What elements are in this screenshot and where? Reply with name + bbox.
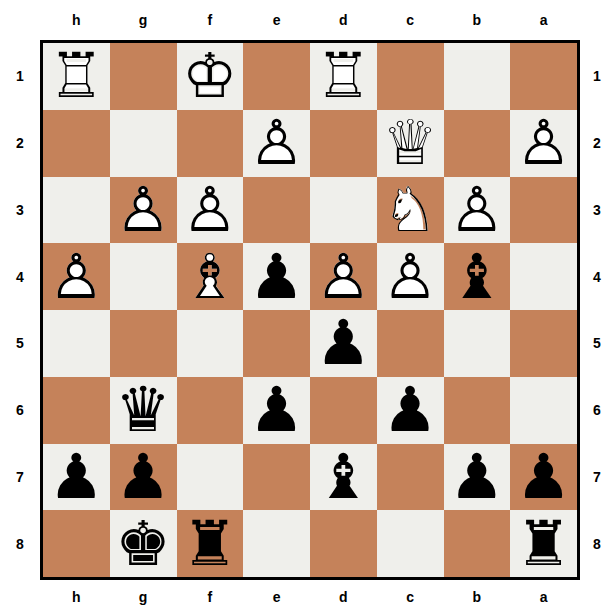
- rank-label-3: 3: [580, 177, 614, 244]
- piece-white-pawn-icon[interactable]: ♟︎♙: [43, 243, 110, 310]
- square-c2[interactable]: ♛♕: [377, 110, 444, 177]
- white-piece-outline-layer: ♘: [382, 179, 438, 241]
- black-piece-glyph: ♟︎: [516, 446, 572, 508]
- square-a6[interactable]: [510, 377, 577, 444]
- square-c8[interactable]: [377, 510, 444, 577]
- square-b6[interactable]: [444, 377, 511, 444]
- square-e7[interactable]: [243, 444, 310, 511]
- square-b4[interactable]: ♝: [444, 243, 511, 310]
- rank-label-5: 5: [580, 310, 614, 377]
- file-label-g: g: [110, 580, 177, 614]
- piece-white-pawn-icon[interactable]: ♟︎♙: [110, 177, 177, 244]
- white-piece-outline-layer: ♙: [182, 179, 238, 241]
- black-piece-glyph: ♟︎: [449, 446, 505, 508]
- piece-white-pawn-icon[interactable]: ♟︎♙: [377, 243, 444, 310]
- square-c5[interactable]: [377, 310, 444, 377]
- piece-black-queen-icon[interactable]: ♛: [110, 377, 177, 444]
- file-label-a: a: [510, 580, 577, 614]
- piece-white-rook-icon[interactable]: ♜♖: [310, 43, 377, 110]
- black-piece-glyph: ♜: [516, 513, 572, 575]
- white-piece-outline-layer: ♙: [449, 179, 505, 241]
- square-g7[interactable]: ♟︎: [110, 444, 177, 511]
- square-c4[interactable]: ♟︎♙: [377, 243, 444, 310]
- file-labels-bottom: hgfedcba: [43, 580, 577, 614]
- square-a2[interactable]: ♟︎♙: [510, 110, 577, 177]
- rank-label-1: 1: [580, 43, 614, 110]
- rank-label-8: 8: [580, 510, 614, 577]
- white-piece-outline-layer: ♙: [382, 246, 438, 308]
- square-e4[interactable]: ♟︎: [243, 243, 310, 310]
- piece-black-pawn-icon[interactable]: ♟︎: [510, 444, 577, 511]
- black-piece-glyph: ♛: [115, 379, 171, 441]
- square-b1[interactable]: [444, 43, 511, 110]
- rank-labels-left: 12345678: [0, 43, 40, 577]
- white-piece-outline-layer: ♕: [382, 112, 438, 174]
- file-label-a: a: [510, 0, 577, 40]
- square-e5[interactable]: [243, 310, 310, 377]
- piece-black-pawn-icon[interactable]: ♟︎: [110, 444, 177, 511]
- file-label-c: c: [377, 580, 444, 614]
- square-a7[interactable]: ♟︎: [510, 444, 577, 511]
- square-e6[interactable]: ♟︎: [243, 377, 310, 444]
- square-h6[interactable]: [43, 377, 110, 444]
- chess-diagram: hgfedcba hgfedcba 12345678 12345678 ♜♖♚♔…: [0, 0, 614, 614]
- rank-label-8: 8: [0, 510, 40, 577]
- piece-white-pawn-icon[interactable]: ♟︎♙: [243, 110, 310, 177]
- piece-white-king-icon[interactable]: ♚♔: [177, 43, 244, 110]
- piece-white-pawn-icon[interactable]: ♟︎♙: [444, 177, 511, 244]
- square-h2[interactable]: [43, 110, 110, 177]
- piece-black-pawn-icon[interactable]: ♟︎: [444, 444, 511, 511]
- square-g3[interactable]: ♟︎♙: [110, 177, 177, 244]
- white-piece-outline-layer: ♖: [316, 45, 372, 107]
- square-f5[interactable]: [177, 310, 244, 377]
- file-label-f: f: [177, 580, 244, 614]
- square-c3[interactable]: ♞♘: [377, 177, 444, 244]
- square-f1[interactable]: ♚♔: [177, 43, 244, 110]
- black-piece-glyph: ♝: [449, 246, 505, 308]
- square-h3[interactable]: [43, 177, 110, 244]
- black-piece-glyph: ♟︎: [316, 312, 372, 374]
- square-f3[interactable]: ♟︎♙: [177, 177, 244, 244]
- black-piece-glyph: ♝: [316, 446, 372, 508]
- rank-labels-right: 12345678: [580, 43, 614, 577]
- white-piece-outline-layer: ♙: [49, 246, 105, 308]
- rank-label-7: 7: [580, 444, 614, 511]
- square-f8[interactable]: ♜: [177, 510, 244, 577]
- black-piece-glyph: ♟︎: [249, 379, 305, 441]
- square-e2[interactable]: ♟︎♙: [243, 110, 310, 177]
- rank-label-3: 3: [0, 177, 40, 244]
- square-h7[interactable]: ♟︎: [43, 444, 110, 511]
- piece-white-pawn-icon[interactable]: ♟︎♙: [510, 110, 577, 177]
- piece-white-pawn-icon[interactable]: ♟︎♙: [310, 243, 377, 310]
- rank-label-4: 4: [0, 243, 40, 310]
- file-labels-top: hgfedcba: [43, 0, 577, 40]
- white-piece-outline-layer: ♖: [49, 45, 105, 107]
- square-g2[interactable]: [110, 110, 177, 177]
- black-piece-glyph: ♟︎: [382, 379, 438, 441]
- piece-black-bishop-icon[interactable]: ♝: [310, 444, 377, 511]
- white-piece-outline-layer: ♗: [182, 246, 238, 308]
- square-a5[interactable]: [510, 310, 577, 377]
- piece-white-knight-icon[interactable]: ♞♘: [377, 177, 444, 244]
- square-h1[interactable]: ♜♖: [43, 43, 110, 110]
- square-g5[interactable]: [110, 310, 177, 377]
- piece-black-rook-icon[interactable]: ♜: [510, 510, 577, 577]
- square-d5[interactable]: ♟︎: [310, 310, 377, 377]
- square-c7[interactable]: [377, 444, 444, 511]
- board: ♜♖♚♔♜♖♟︎♙♛♕♟︎♙♟︎♙♟︎♙♞♘♟︎♙♟︎♙♝♗♟︎♟︎♙♟︎♙♝♟…: [40, 40, 580, 580]
- rank-label-6: 6: [580, 377, 614, 444]
- square-g6[interactable]: ♛: [110, 377, 177, 444]
- rank-label-6: 6: [0, 377, 40, 444]
- file-label-h: h: [43, 580, 110, 614]
- square-b7[interactable]: ♟︎: [444, 444, 511, 511]
- rank-label-2: 2: [580, 110, 614, 177]
- white-piece-outline-layer: ♙: [249, 112, 305, 174]
- square-b3[interactable]: ♟︎♙: [444, 177, 511, 244]
- square-b8[interactable]: [444, 510, 511, 577]
- file-label-c: c: [377, 0, 444, 40]
- square-h8[interactable]: [43, 510, 110, 577]
- white-piece-outline-layer: ♙: [516, 112, 572, 174]
- black-piece-glyph: ♟︎: [115, 446, 171, 508]
- file-label-g: g: [110, 0, 177, 40]
- piece-black-pawn-icon[interactable]: ♟︎: [310, 310, 377, 377]
- square-e1[interactable]: [243, 43, 310, 110]
- white-piece-outline-layer: ♔: [182, 45, 238, 107]
- square-h4[interactable]: ♟︎♙: [43, 243, 110, 310]
- square-g1[interactable]: [110, 43, 177, 110]
- black-piece-glyph: ♟︎: [49, 446, 105, 508]
- rank-label-5: 5: [0, 310, 40, 377]
- piece-black-pawn-icon[interactable]: ♟︎: [377, 377, 444, 444]
- square-f6[interactable]: [177, 377, 244, 444]
- square-a1[interactable]: [510, 43, 577, 110]
- square-a3[interactable]: [510, 177, 577, 244]
- piece-black-bishop-icon[interactable]: ♝: [444, 243, 511, 310]
- square-h5[interactable]: [43, 310, 110, 377]
- square-d8[interactable]: [310, 510, 377, 577]
- square-f7[interactable]: [177, 444, 244, 511]
- square-a4[interactable]: [510, 243, 577, 310]
- square-d3[interactable]: [310, 177, 377, 244]
- square-g8[interactable]: ♚: [110, 510, 177, 577]
- rank-label-2: 2: [0, 110, 40, 177]
- square-e3[interactable]: [243, 177, 310, 244]
- square-b5[interactable]: [444, 310, 511, 377]
- black-piece-glyph: ♚: [115, 513, 171, 575]
- file-label-e: e: [243, 580, 310, 614]
- square-f4[interactable]: ♝♗: [177, 243, 244, 310]
- square-c6[interactable]: ♟︎: [377, 377, 444, 444]
- white-piece-outline-layer: ♙: [316, 246, 372, 308]
- piece-white-bishop-icon[interactable]: ♝♗: [177, 243, 244, 310]
- file-label-d: d: [310, 0, 377, 40]
- black-piece-glyph: ♟︎: [249, 246, 305, 308]
- piece-black-pawn-icon[interactable]: ♟︎: [243, 377, 310, 444]
- piece-white-pawn-icon[interactable]: ♟︎♙: [177, 177, 244, 244]
- piece-white-rook-icon[interactable]: ♜♖: [43, 43, 110, 110]
- file-label-b: b: [444, 580, 511, 614]
- rank-label-1: 1: [0, 43, 40, 110]
- square-d2[interactable]: [310, 110, 377, 177]
- square-d7[interactable]: ♝: [310, 444, 377, 511]
- file-label-b: b: [444, 0, 511, 40]
- piece-white-queen-icon[interactable]: ♛♕: [377, 110, 444, 177]
- square-e8[interactable]: [243, 510, 310, 577]
- square-a8[interactable]: ♜: [510, 510, 577, 577]
- piece-black-king-icon[interactable]: ♚: [110, 510, 177, 577]
- file-label-h: h: [43, 0, 110, 40]
- square-g4[interactable]: [110, 243, 177, 310]
- file-label-d: d: [310, 580, 377, 614]
- rank-label-4: 4: [580, 243, 614, 310]
- square-d6[interactable]: [310, 377, 377, 444]
- square-f2[interactable]: [177, 110, 244, 177]
- rank-label-7: 7: [0, 444, 40, 511]
- black-piece-glyph: ♜: [182, 513, 238, 575]
- file-label-f: f: [177, 0, 244, 40]
- piece-black-rook-icon[interactable]: ♜: [177, 510, 244, 577]
- square-d1[interactable]: ♜♖: [310, 43, 377, 110]
- piece-black-pawn-icon[interactable]: ♟︎: [43, 444, 110, 511]
- square-c1[interactable]: [377, 43, 444, 110]
- white-piece-outline-layer: ♙: [115, 179, 171, 241]
- square-d4[interactable]: ♟︎♙: [310, 243, 377, 310]
- square-b2[interactable]: [444, 110, 511, 177]
- file-label-e: e: [243, 0, 310, 40]
- piece-black-pawn-icon[interactable]: ♟︎: [243, 243, 310, 310]
